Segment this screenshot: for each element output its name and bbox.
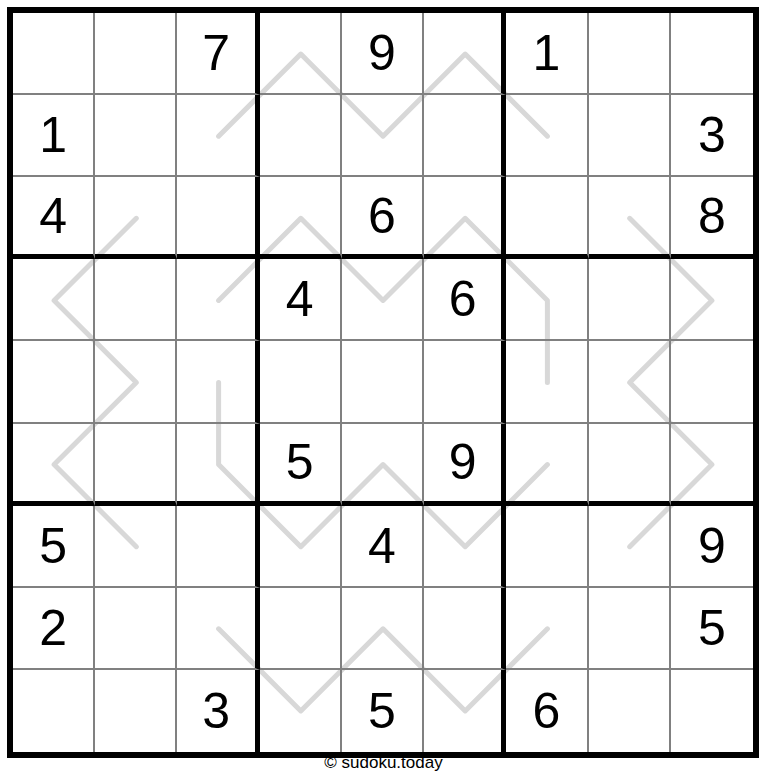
cell-r3c1[interactable]: 4 — [13, 177, 95, 259]
cell-r8c4[interactable] — [260, 588, 342, 670]
cell-r9c2[interactable] — [95, 670, 177, 752]
cell-r3c6[interactable] — [424, 177, 506, 259]
cell-r5c3[interactable] — [177, 341, 259, 423]
cell-r7c4[interactable] — [260, 506, 342, 588]
cell-r1c8[interactable] — [589, 13, 671, 95]
cell-r4c3[interactable] — [177, 259, 259, 341]
cell-r8c2[interactable] — [95, 588, 177, 670]
cell-r1c4[interactable] — [260, 13, 342, 95]
cell-r2c1[interactable]: 1 — [13, 95, 95, 177]
cell-r9c6[interactable] — [424, 670, 506, 752]
cell-r8c7[interactable] — [506, 588, 588, 670]
cell-r2c9[interactable]: 3 — [671, 95, 753, 177]
cell-r6c2[interactable] — [95, 424, 177, 506]
cell-r7c6[interactable] — [424, 506, 506, 588]
cell-r9c9[interactable] — [671, 670, 753, 752]
cell-r6c3[interactable] — [177, 424, 259, 506]
cell-r6c4[interactable]: 5 — [260, 424, 342, 506]
cell-r1c3[interactable]: 7 — [177, 13, 259, 95]
cell-r7c3[interactable] — [177, 506, 259, 588]
cell-r1c2[interactable] — [95, 13, 177, 95]
cell-r5c2[interactable] — [95, 341, 177, 423]
cell-r9c8[interactable] — [589, 670, 671, 752]
cell-r8c3[interactable] — [177, 588, 259, 670]
cell-r9c4[interactable] — [260, 670, 342, 752]
cell-r9c5[interactable]: 5 — [342, 670, 424, 752]
cell-r1c5[interactable]: 9 — [342, 13, 424, 95]
cell-r3c7[interactable] — [506, 177, 588, 259]
cell-r5c7[interactable] — [506, 341, 588, 423]
copyright-text: © sudoku.today — [324, 753, 442, 772]
cell-r1c1[interactable] — [13, 13, 95, 95]
cell-r7c2[interactable] — [95, 506, 177, 588]
cell-r3c9[interactable]: 8 — [671, 177, 753, 259]
cell-r8c9[interactable]: 5 — [671, 588, 753, 670]
cell-r4c2[interactable] — [95, 259, 177, 341]
cell-r4c1[interactable] — [13, 259, 95, 341]
cell-r5c5[interactable] — [342, 341, 424, 423]
cell-r5c1[interactable] — [13, 341, 95, 423]
cell-r2c5[interactable] — [342, 95, 424, 177]
cell-r7c5[interactable]: 4 — [342, 506, 424, 588]
cell-r5c6[interactable] — [424, 341, 506, 423]
cell-r7c7[interactable] — [506, 506, 588, 588]
cell-r9c1[interactable] — [13, 670, 95, 752]
cell-r9c7[interactable]: 6 — [506, 670, 588, 752]
puzzle-page: 79113468465954925356 © sudoku.today — [0, 0, 767, 777]
cell-r4c8[interactable] — [589, 259, 671, 341]
cell-r3c5[interactable]: 6 — [342, 177, 424, 259]
cell-r4c6[interactable]: 6 — [424, 259, 506, 341]
cell-r7c9[interactable]: 9 — [671, 506, 753, 588]
cell-r4c9[interactable] — [671, 259, 753, 341]
cell-r3c2[interactable] — [95, 177, 177, 259]
cell-r1c6[interactable] — [424, 13, 506, 95]
cell-r1c7[interactable]: 1 — [506, 13, 588, 95]
cell-r6c7[interactable] — [506, 424, 588, 506]
cell-r2c8[interactable] — [589, 95, 671, 177]
sudoku-grid: 79113468465954925356 — [13, 13, 753, 752]
cell-r6c5[interactable] — [342, 424, 424, 506]
cell-r8c5[interactable] — [342, 588, 424, 670]
cell-r2c3[interactable] — [177, 95, 259, 177]
cell-r3c4[interactable] — [260, 177, 342, 259]
cell-r4c5[interactable] — [342, 259, 424, 341]
cell-r6c6[interactable]: 9 — [424, 424, 506, 506]
copyright-footer: © sudoku.today — [0, 753, 767, 773]
cell-r2c2[interactable] — [95, 95, 177, 177]
cell-r5c9[interactable] — [671, 341, 753, 423]
cell-r2c7[interactable] — [506, 95, 588, 177]
cell-r7c8[interactable] — [589, 506, 671, 588]
cell-r2c4[interactable] — [260, 95, 342, 177]
cell-r9c3[interactable]: 3 — [177, 670, 259, 752]
cell-r6c8[interactable] — [589, 424, 671, 506]
cell-r3c8[interactable] — [589, 177, 671, 259]
cell-r6c1[interactable] — [13, 424, 95, 506]
cell-r8c8[interactable] — [589, 588, 671, 670]
cell-r5c4[interactable] — [260, 341, 342, 423]
cell-r4c4[interactable]: 4 — [260, 259, 342, 341]
cell-r8c1[interactable]: 2 — [13, 588, 95, 670]
cell-r2c6[interactable] — [424, 95, 506, 177]
cell-r5c8[interactable] — [589, 341, 671, 423]
cell-r3c3[interactable] — [177, 177, 259, 259]
cell-r1c9[interactable] — [671, 13, 753, 95]
cell-r6c9[interactable] — [671, 424, 753, 506]
cell-r8c6[interactable] — [424, 588, 506, 670]
cell-r7c1[interactable]: 5 — [13, 506, 95, 588]
sudoku-board: 79113468465954925356 — [7, 7, 759, 758]
cell-r4c7[interactable] — [506, 259, 588, 341]
